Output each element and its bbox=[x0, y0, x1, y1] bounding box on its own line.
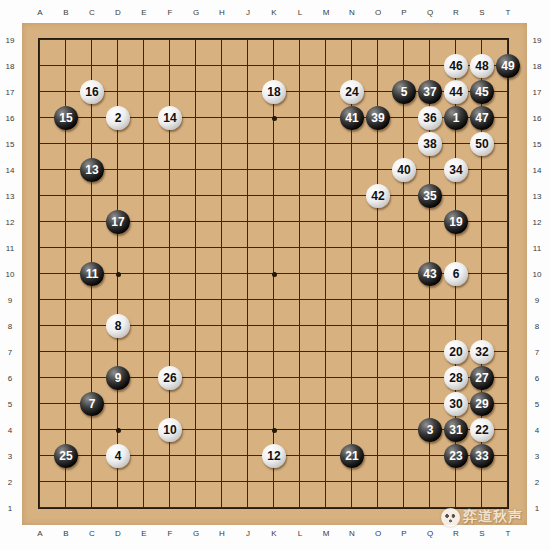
row-label-left-17: 17 bbox=[6, 88, 15, 97]
stone-white-32-S7: 32 bbox=[470, 340, 494, 364]
row-label-left-9: 9 bbox=[8, 296, 12, 305]
stone-white-20-R7: 20 bbox=[444, 340, 468, 364]
col-label-top-H: H bbox=[219, 8, 225, 17]
col-label-top-Q: Q bbox=[427, 8, 433, 17]
col-label-bottom-F: F bbox=[168, 529, 173, 538]
stone-black-33-S3: 33 bbox=[470, 444, 494, 468]
row-label-left-16: 16 bbox=[6, 114, 15, 123]
col-label-bottom-L: L bbox=[298, 529, 302, 538]
stone-black-45-S17: 45 bbox=[470, 80, 494, 104]
col-label-bottom-C: C bbox=[89, 529, 95, 538]
row-label-right-7: 7 bbox=[535, 348, 539, 357]
col-label-bottom-M: M bbox=[323, 529, 330, 538]
row-label-left-4: 4 bbox=[8, 426, 12, 435]
col-label-top-N: N bbox=[349, 8, 355, 17]
stone-white-24-N17: 24 bbox=[340, 80, 364, 104]
stone-white-34-R14: 34 bbox=[444, 158, 468, 182]
star-point-D10 bbox=[116, 272, 121, 277]
stone-black-1-R16: 1 bbox=[444, 106, 468, 130]
stone-black-35-Q13: 35 bbox=[418, 184, 442, 208]
stone-white-16-C17: 16 bbox=[80, 80, 104, 104]
col-label-top-B: B bbox=[63, 8, 68, 17]
stone-white-50-S15: 50 bbox=[470, 132, 494, 156]
col-label-top-E: E bbox=[141, 8, 146, 17]
row-label-left-6: 6 bbox=[8, 374, 12, 383]
row-label-left-10: 10 bbox=[6, 270, 15, 279]
stone-white-14-F16: 14 bbox=[158, 106, 182, 130]
row-label-left-15: 15 bbox=[6, 140, 15, 149]
col-label-top-L: L bbox=[298, 8, 302, 17]
stone-white-26-F6: 26 bbox=[158, 366, 182, 390]
row-label-right-16: 16 bbox=[533, 114, 542, 123]
row-label-left-11: 11 bbox=[6, 244, 14, 253]
stone-white-22-S4: 22 bbox=[470, 418, 494, 442]
watermark-text: 弈道秋声 bbox=[463, 508, 523, 526]
row-label-left-1: 1 bbox=[8, 504, 12, 513]
row-label-right-17: 17 bbox=[533, 88, 542, 97]
row-label-right-12: 12 bbox=[533, 218, 542, 227]
col-label-bottom-P: P bbox=[401, 529, 406, 538]
stone-white-46-R18: 46 bbox=[444, 54, 468, 78]
panda-face-logo-icon bbox=[441, 508, 460, 527]
stone-black-7-C5: 7 bbox=[80, 392, 104, 416]
row-label-right-3: 3 bbox=[535, 452, 539, 461]
stone-black-9-D6: 9 bbox=[106, 366, 130, 390]
stone-white-38-Q15: 38 bbox=[418, 132, 442, 156]
col-label-bottom-S: S bbox=[479, 529, 484, 538]
stone-white-42-O13: 42 bbox=[366, 184, 390, 208]
row-label-left-5: 5 bbox=[8, 400, 12, 409]
col-label-bottom-G: G bbox=[193, 529, 199, 538]
row-label-right-19: 19 bbox=[533, 36, 542, 45]
star-point-K10 bbox=[272, 272, 277, 277]
col-label-top-J: J bbox=[246, 8, 250, 17]
row-label-right-8: 8 bbox=[535, 322, 539, 331]
row-label-left-14: 14 bbox=[6, 166, 15, 175]
stone-black-21-N3: 21 bbox=[340, 444, 364, 468]
col-label-top-M: M bbox=[323, 8, 330, 17]
stone-black-43-Q10: 43 bbox=[418, 262, 442, 286]
stone-white-28-R6: 28 bbox=[444, 366, 468, 390]
row-label-left-12: 12 bbox=[6, 218, 15, 227]
star-point-K4 bbox=[272, 428, 277, 433]
star-point-K16 bbox=[272, 116, 277, 121]
row-label-left-18: 18 bbox=[6, 62, 15, 71]
stone-black-23-R3: 23 bbox=[444, 444, 468, 468]
row-label-right-13: 13 bbox=[533, 192, 542, 201]
stone-white-10-F4: 10 bbox=[158, 418, 182, 442]
row-label-right-18: 18 bbox=[533, 62, 542, 71]
stone-white-8-D8: 8 bbox=[106, 314, 130, 338]
stone-white-18-K17: 18 bbox=[262, 80, 286, 104]
row-label-right-4: 4 bbox=[535, 426, 539, 435]
col-label-bottom-H: H bbox=[219, 529, 225, 538]
stone-black-37-Q17: 37 bbox=[418, 80, 442, 104]
stone-black-25-B3: 25 bbox=[54, 444, 78, 468]
stone-black-11-C10: 11 bbox=[80, 262, 104, 286]
watermark: 弈道秋声 bbox=[441, 505, 523, 529]
row-label-right-1: 1 bbox=[535, 504, 539, 513]
row-label-right-9: 9 bbox=[535, 296, 539, 305]
col-label-top-T: T bbox=[506, 8, 511, 17]
row-label-left-13: 13 bbox=[6, 192, 15, 201]
stone-white-12-K3: 12 bbox=[262, 444, 286, 468]
stone-black-41-N16: 41 bbox=[340, 106, 364, 130]
row-label-right-6: 6 bbox=[535, 374, 539, 383]
col-label-top-O: O bbox=[375, 8, 381, 17]
row-label-left-2: 2 bbox=[8, 478, 12, 487]
stone-black-49-T18: 49 bbox=[496, 54, 520, 78]
col-label-top-G: G bbox=[193, 8, 199, 17]
stone-white-44-R17: 44 bbox=[444, 80, 468, 104]
stone-black-39-O16: 39 bbox=[366, 106, 390, 130]
stone-white-36-Q16: 36 bbox=[418, 106, 442, 130]
col-label-top-S: S bbox=[479, 8, 484, 17]
stone-white-2-D16: 2 bbox=[106, 106, 130, 130]
col-label-bottom-O: O bbox=[375, 529, 381, 538]
star-point-D4 bbox=[116, 428, 121, 433]
row-label-right-14: 14 bbox=[533, 166, 542, 175]
stone-black-47-S16: 47 bbox=[470, 106, 494, 130]
col-label-bottom-R: R bbox=[453, 529, 459, 538]
stone-white-6-R10: 6 bbox=[444, 262, 468, 286]
col-label-bottom-A: A bbox=[37, 529, 42, 538]
col-label-top-R: R bbox=[453, 8, 459, 17]
row-label-left-7: 7 bbox=[8, 348, 12, 357]
col-label-top-F: F bbox=[168, 8, 173, 17]
stone-black-13-C14: 13 bbox=[80, 158, 104, 182]
stone-black-19-R12: 19 bbox=[444, 210, 468, 234]
go-diagram: 1234567891011121314151617181920212223242… bbox=[0, 0, 550, 550]
col-label-bottom-Q: Q bbox=[427, 529, 433, 538]
row-label-left-8: 8 bbox=[8, 322, 12, 331]
stone-black-5-P17: 5 bbox=[392, 80, 416, 104]
stone-white-4-D3: 4 bbox=[106, 444, 130, 468]
row-label-right-10: 10 bbox=[533, 270, 542, 279]
col-label-bottom-T: T bbox=[506, 529, 511, 538]
col-label-bottom-D: D bbox=[115, 529, 121, 538]
stone-black-17-D12: 17 bbox=[106, 210, 130, 234]
stone-black-27-S6: 27 bbox=[470, 366, 494, 390]
stone-black-15-B16: 15 bbox=[54, 106, 78, 130]
stone-white-40-P14: 40 bbox=[392, 158, 416, 182]
col-label-bottom-K: K bbox=[271, 529, 276, 538]
col-label-bottom-J: J bbox=[246, 529, 250, 538]
stone-black-3-Q4: 3 bbox=[418, 418, 442, 442]
go-board: 1234567891011121314151617181920212223242… bbox=[22, 23, 527, 525]
board-intersections: 1234567891011121314151617181920212223242… bbox=[27, 27, 521, 521]
row-label-right-2: 2 bbox=[535, 478, 539, 487]
col-label-top-P: P bbox=[401, 8, 406, 17]
row-label-right-15: 15 bbox=[533, 140, 542, 149]
col-label-top-D: D bbox=[115, 8, 121, 17]
col-label-top-A: A bbox=[37, 8, 42, 17]
col-label-bottom-N: N bbox=[349, 529, 355, 538]
row-label-right-5: 5 bbox=[535, 400, 539, 409]
stone-black-29-S5: 29 bbox=[470, 392, 494, 416]
row-label-left-19: 19 bbox=[6, 36, 15, 45]
col-label-bottom-E: E bbox=[141, 529, 146, 538]
stone-white-48-S18: 48 bbox=[470, 54, 494, 78]
row-label-right-11: 11 bbox=[533, 244, 541, 253]
col-label-top-K: K bbox=[271, 8, 276, 17]
stone-black-31-R4: 31 bbox=[444, 418, 468, 442]
col-label-top-C: C bbox=[89, 8, 95, 17]
row-label-left-3: 3 bbox=[8, 452, 12, 461]
col-label-bottom-B: B bbox=[63, 529, 68, 538]
stone-white-30-R5: 30 bbox=[444, 392, 468, 416]
